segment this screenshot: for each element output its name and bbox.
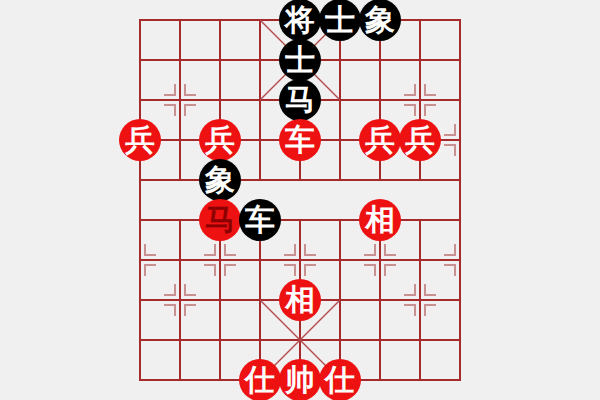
point-marker bbox=[404, 104, 416, 116]
point-marker bbox=[184, 304, 196, 316]
piece-black-horse[interactable]: 马 bbox=[279, 79, 321, 121]
point-marker bbox=[284, 264, 296, 276]
point-marker bbox=[444, 264, 456, 276]
point-marker bbox=[404, 304, 416, 316]
piece-red-pawn[interactable]: 兵 bbox=[199, 119, 241, 161]
piece-black-elephant[interactable]: 象 bbox=[359, 0, 401, 41]
point-marker bbox=[364, 264, 376, 276]
point-marker bbox=[444, 124, 456, 136]
piece-red-advisor[interactable]: 仕 bbox=[319, 359, 361, 400]
point-marker bbox=[224, 264, 236, 276]
point-marker bbox=[184, 104, 196, 116]
piece-black-elephant[interactable]: 象 bbox=[199, 159, 241, 201]
piece-black-chariot[interactable]: 车 bbox=[239, 199, 281, 241]
point-marker bbox=[424, 84, 436, 96]
piece-red-pawn[interactable]: 兵 bbox=[399, 119, 441, 161]
point-marker bbox=[164, 284, 176, 296]
piece-black-advisor[interactable]: 士 bbox=[279, 39, 321, 81]
point-marker bbox=[424, 304, 436, 316]
piece-black-general[interactable]: 将 bbox=[279, 0, 321, 41]
point-marker bbox=[424, 104, 436, 116]
piece-red-elephant[interactable]: 相 bbox=[359, 199, 401, 241]
point-marker bbox=[164, 84, 176, 96]
point-marker bbox=[444, 144, 456, 156]
point-marker bbox=[144, 264, 156, 276]
xiangqi-board[interactable]: 将士象士马兵兵车兵兵象马车相相仕帅仕 bbox=[140, 20, 460, 380]
point-marker bbox=[384, 264, 396, 276]
piece-red-general[interactable]: 帅 bbox=[279, 359, 321, 400]
point-marker bbox=[224, 244, 236, 256]
point-marker bbox=[444, 244, 456, 256]
point-marker bbox=[384, 244, 396, 256]
piece-black-advisor[interactable]: 士 bbox=[319, 0, 361, 41]
piece-red-pawn[interactable]: 兵 bbox=[359, 119, 401, 161]
point-marker bbox=[184, 284, 196, 296]
point-marker bbox=[144, 244, 156, 256]
point-marker bbox=[304, 244, 316, 256]
point-marker bbox=[404, 84, 416, 96]
point-marker bbox=[164, 304, 176, 316]
piece-red-chariot[interactable]: 车 bbox=[279, 119, 321, 161]
point-marker bbox=[184, 84, 196, 96]
piece-red-horse[interactable]: 马 bbox=[199, 199, 241, 241]
xiangqi-screenshot: 将士象士马兵兵车兵兵象马车相相仕帅仕 bbox=[0, 0, 600, 400]
point-marker bbox=[164, 104, 176, 116]
point-marker bbox=[424, 284, 436, 296]
point-marker bbox=[204, 264, 216, 276]
piece-red-advisor[interactable]: 仕 bbox=[239, 359, 281, 400]
point-marker bbox=[204, 244, 216, 256]
piece-red-elephant[interactable]: 相 bbox=[279, 279, 321, 321]
point-marker bbox=[284, 244, 296, 256]
point-marker bbox=[364, 244, 376, 256]
piece-red-pawn[interactable]: 兵 bbox=[119, 119, 161, 161]
point-marker bbox=[304, 264, 316, 276]
point-marker bbox=[404, 284, 416, 296]
